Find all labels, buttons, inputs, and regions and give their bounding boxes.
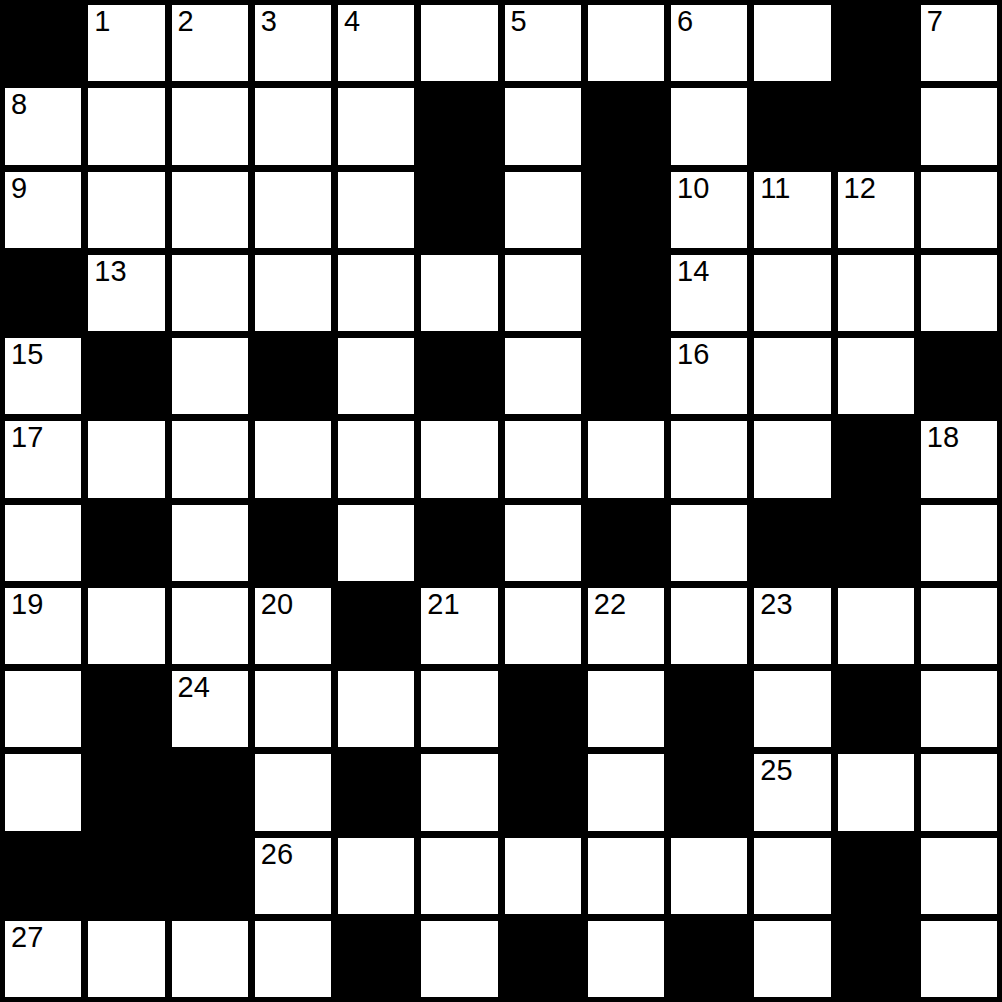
clue-number-22: 22 — [594, 590, 626, 619]
cell-r4c3 — [255, 338, 331, 414]
cell-r2c6[interactable] — [505, 172, 581, 248]
cell-r7c0[interactable]: 19 — [5, 588, 81, 664]
cell-r5c0[interactable]: 17 — [5, 421, 81, 497]
cell-r1c3[interactable] — [255, 88, 331, 164]
cell-r0c8[interactable]: 6 — [671, 5, 747, 81]
cell-r3c0 — [5, 255, 81, 331]
cell-r3c9[interactable] — [754, 255, 830, 331]
cell-r6c10 — [838, 505, 914, 581]
clue-number-18: 18 — [927, 423, 959, 452]
clue-number-6: 6 — [677, 7, 693, 36]
cell-r5c11[interactable]: 18 — [921, 421, 997, 497]
cell-r7c2[interactable] — [172, 588, 248, 664]
clue-number-12: 12 — [844, 174, 876, 203]
clue-number-20: 20 — [261, 590, 293, 619]
cell-r3c6[interactable] — [505, 255, 581, 331]
clue-number-26: 26 — [261, 840, 293, 869]
clue-number-4: 4 — [344, 7, 360, 36]
cell-r3c5[interactable] — [421, 255, 497, 331]
cell-r4c10[interactable] — [838, 338, 914, 414]
cell-r8c9[interactable] — [754, 671, 830, 747]
cell-r4c4[interactable] — [338, 338, 414, 414]
cell-r9c1 — [88, 754, 164, 830]
cell-r0c0 — [5, 5, 81, 81]
clue-number-21: 21 — [427, 590, 459, 619]
cell-r9c11[interactable] — [921, 754, 997, 830]
cell-r6c7 — [588, 505, 664, 581]
cell-r7c4 — [338, 588, 414, 664]
cell-r1c1[interactable] — [88, 88, 164, 164]
cell-r11c1[interactable] — [88, 921, 164, 997]
cell-r9c7[interactable] — [588, 754, 664, 830]
cell-r9c10[interactable] — [838, 754, 914, 830]
cell-r11c8 — [671, 921, 747, 997]
cell-r3c3[interactable] — [255, 255, 331, 331]
cell-r8c6 — [505, 671, 581, 747]
cell-r8c1 — [88, 671, 164, 747]
clue-number-1: 1 — [94, 7, 110, 36]
cell-r7c5[interactable]: 21 — [421, 588, 497, 664]
cell-r10c1 — [88, 838, 164, 914]
cell-r1c8[interactable] — [671, 88, 747, 164]
clue-number-2: 2 — [178, 7, 194, 36]
clue-number-23: 23 — [760, 590, 792, 619]
clue-number-24: 24 — [178, 673, 210, 702]
cell-r4c1 — [88, 338, 164, 414]
cell-r6c1 — [88, 505, 164, 581]
clue-number-8: 8 — [11, 90, 27, 119]
cell-r2c8[interactable]: 10 — [671, 172, 747, 248]
cell-r8c2[interactable]: 24 — [172, 671, 248, 747]
clue-number-19: 19 — [11, 590, 43, 619]
cell-r7c3[interactable]: 20 — [255, 588, 331, 664]
cell-r1c7 — [588, 88, 664, 164]
cell-r9c3[interactable] — [255, 754, 331, 830]
cell-r3c1[interactable]: 13 — [88, 255, 164, 331]
cell-r0c5[interactable] — [421, 5, 497, 81]
cell-r10c9[interactable] — [754, 838, 830, 914]
cell-r0c9[interactable] — [754, 5, 830, 81]
cell-r5c8[interactable] — [671, 421, 747, 497]
clue-number-11: 11 — [760, 174, 790, 203]
clue-number-15: 15 — [11, 340, 43, 369]
cell-r1c4[interactable] — [338, 88, 414, 164]
cell-r2c10[interactable]: 12 — [838, 172, 914, 248]
cell-r7c9[interactable]: 23 — [754, 588, 830, 664]
cell-r3c8[interactable]: 14 — [671, 255, 747, 331]
cell-r9c0[interactable] — [5, 754, 81, 830]
cell-r1c5 — [421, 88, 497, 164]
cell-r11c4 — [338, 921, 414, 997]
clue-number-17: 17 — [11, 423, 43, 452]
cell-r7c8[interactable] — [671, 588, 747, 664]
cell-r0c10 — [838, 5, 914, 81]
crossword-grid: 1234567891011121314151617181920212223242… — [0, 0, 1002, 1002]
cell-r11c11[interactable] — [921, 921, 997, 997]
cell-r0c7[interactable] — [588, 5, 664, 81]
clue-number-3: 3 — [261, 7, 277, 36]
cell-r10c8[interactable] — [671, 838, 747, 914]
cell-r1c11[interactable] — [921, 88, 997, 164]
cell-r1c0[interactable]: 8 — [5, 88, 81, 164]
cell-r4c7 — [588, 338, 664, 414]
cell-r8c4[interactable] — [338, 671, 414, 747]
cell-r1c2[interactable] — [172, 88, 248, 164]
cell-r9c9[interactable]: 25 — [754, 754, 830, 830]
cell-r7c10[interactable] — [838, 588, 914, 664]
cell-r10c7[interactable] — [588, 838, 664, 914]
cell-r0c3[interactable]: 3 — [255, 5, 331, 81]
cell-r9c5[interactable] — [421, 754, 497, 830]
cell-r9c2 — [172, 754, 248, 830]
cell-r11c7[interactable] — [588, 921, 664, 997]
cell-r0c1[interactable]: 1 — [88, 5, 164, 81]
cell-r2c2[interactable] — [172, 172, 248, 248]
cell-r7c1[interactable] — [88, 588, 164, 664]
cell-r2c0[interactable]: 9 — [5, 172, 81, 248]
cell-r8c5[interactable] — [421, 671, 497, 747]
cell-r2c11[interactable] — [921, 172, 997, 248]
cell-r2c5 — [421, 172, 497, 248]
cell-r10c4[interactable] — [338, 838, 414, 914]
cell-r6c9 — [754, 505, 830, 581]
cell-r10c6[interactable] — [505, 838, 581, 914]
cell-r8c7[interactable] — [588, 671, 664, 747]
cell-r3c2[interactable] — [172, 255, 248, 331]
clue-number-16: 16 — [677, 340, 709, 369]
cell-r9c4 — [338, 754, 414, 830]
cell-r7c7[interactable]: 22 — [588, 588, 664, 664]
cell-r6c3 — [255, 505, 331, 581]
cell-r0c2[interactable]: 2 — [172, 5, 248, 81]
cell-r10c0 — [5, 838, 81, 914]
clue-number-9: 9 — [11, 174, 27, 203]
cell-r1c6[interactable] — [505, 88, 581, 164]
cell-r5c9[interactable] — [754, 421, 830, 497]
cell-r5c5[interactable] — [421, 421, 497, 497]
cell-r3c7 — [588, 255, 664, 331]
cell-r3c11[interactable] — [921, 255, 997, 331]
cell-r5c7[interactable] — [588, 421, 664, 497]
cell-r6c6[interactable] — [505, 505, 581, 581]
cell-r4c11 — [921, 338, 997, 414]
cell-r4c2[interactable] — [172, 338, 248, 414]
cell-r6c4[interactable] — [338, 505, 414, 581]
clue-number-7: 7 — [927, 7, 943, 36]
cell-r6c2[interactable] — [172, 505, 248, 581]
clue-number-25: 25 — [760, 756, 792, 785]
cell-r8c10 — [838, 671, 914, 747]
cell-r2c1[interactable] — [88, 172, 164, 248]
cell-r10c2 — [172, 838, 248, 914]
cell-r8c0[interactable] — [5, 671, 81, 747]
clue-number-27: 27 — [11, 923, 43, 952]
cell-r8c8 — [671, 671, 747, 747]
cell-r4c6[interactable] — [505, 338, 581, 414]
cell-r6c8[interactable] — [671, 505, 747, 581]
cell-r6c0[interactable] — [5, 505, 81, 581]
clue-number-13: 13 — [94, 257, 126, 286]
cell-r2c3[interactable] — [255, 172, 331, 248]
cell-r11c6 — [505, 921, 581, 997]
cell-r2c7 — [588, 172, 664, 248]
cell-r7c6[interactable] — [505, 588, 581, 664]
cell-r6c5 — [421, 505, 497, 581]
cell-r4c8[interactable]: 16 — [671, 338, 747, 414]
cell-r11c0[interactable]: 27 — [5, 921, 81, 997]
cell-r5c2[interactable] — [172, 421, 248, 497]
cell-r11c5[interactable] — [421, 921, 497, 997]
clue-number-14: 14 — [677, 257, 709, 286]
cell-r1c9 — [754, 88, 830, 164]
cell-r5c3[interactable] — [255, 421, 331, 497]
cell-r2c4[interactable] — [338, 172, 414, 248]
cell-r4c5 — [421, 338, 497, 414]
cell-r11c10 — [838, 921, 914, 997]
cell-r10c5[interactable] — [421, 838, 497, 914]
cell-r1c10 — [838, 88, 914, 164]
cell-r5c10 — [838, 421, 914, 497]
cell-r8c11[interactable] — [921, 671, 997, 747]
cell-r9c6 — [505, 754, 581, 830]
cell-r3c10[interactable] — [838, 255, 914, 331]
clue-number-10: 10 — [677, 174, 709, 203]
cell-r7c11[interactable] — [921, 588, 997, 664]
cell-r2c9[interactable]: 11 — [754, 172, 830, 248]
cell-r10c3[interactable]: 26 — [255, 838, 331, 914]
cell-r0c6[interactable]: 5 — [505, 5, 581, 81]
cell-r10c10 — [838, 838, 914, 914]
cell-r11c2[interactable] — [172, 921, 248, 997]
cell-r4c0[interactable]: 15 — [5, 338, 81, 414]
cell-r6c11[interactable] — [921, 505, 997, 581]
cell-r8c3[interactable] — [255, 671, 331, 747]
cell-r0c4[interactable]: 4 — [338, 5, 414, 81]
cell-r5c4[interactable] — [338, 421, 414, 497]
cell-r3c4[interactable] — [338, 255, 414, 331]
cell-r11c9[interactable] — [754, 921, 830, 997]
cell-r5c6[interactable] — [505, 421, 581, 497]
cell-r9c8 — [671, 754, 747, 830]
cell-r4c9[interactable] — [754, 338, 830, 414]
cell-r5c1[interactable] — [88, 421, 164, 497]
cell-r11c3[interactable] — [255, 921, 331, 997]
clue-number-5: 5 — [511, 7, 527, 36]
cell-r10c11[interactable] — [921, 838, 997, 914]
cell-r0c11[interactable]: 7 — [921, 5, 997, 81]
